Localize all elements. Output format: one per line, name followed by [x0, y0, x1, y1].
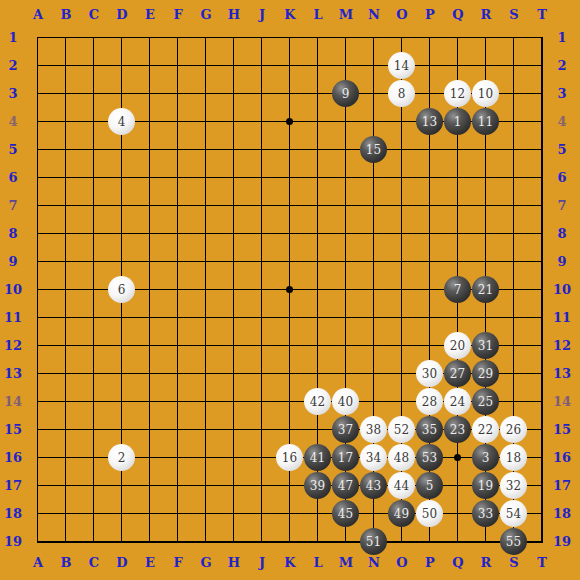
board-cell-T12[interactable]	[528, 332, 556, 360]
board-cell-C9[interactable]	[80, 248, 108, 276]
board-cell-A15[interactable]	[24, 416, 52, 444]
board-cell-L13[interactable]	[304, 360, 332, 388]
board-cell-S14[interactable]	[500, 388, 528, 416]
board-cell-E13[interactable]	[136, 360, 164, 388]
board-cell-C8[interactable]	[80, 220, 108, 248]
board-cell-D7[interactable]	[108, 192, 136, 220]
board-cell-M2[interactable]	[332, 52, 360, 80]
board-cell-L15[interactable]	[304, 416, 332, 444]
board-cell-F3[interactable]	[164, 80, 192, 108]
board-cell-N11[interactable]	[360, 304, 388, 332]
board-cell-L19[interactable]	[304, 528, 332, 556]
board-cell-H8[interactable]	[220, 220, 248, 248]
board-cell-A10[interactable]	[24, 276, 52, 304]
board-cell-A5[interactable]	[24, 136, 52, 164]
board-cell-B7[interactable]	[52, 192, 80, 220]
board-cell-O19[interactable]	[388, 528, 416, 556]
board-cell-P15[interactable]: 35	[416, 416, 444, 444]
board-cell-R18[interactable]: 33	[472, 500, 500, 528]
board-cell-K14[interactable]	[276, 388, 304, 416]
board-cell-D16[interactable]: 2	[108, 444, 136, 472]
board-cell-G3[interactable]	[192, 80, 220, 108]
board-cell-P8[interactable]	[416, 220, 444, 248]
board-cell-E9[interactable]	[136, 248, 164, 276]
board-cell-B13[interactable]	[52, 360, 80, 388]
board-cell-N15[interactable]: 38	[360, 416, 388, 444]
board-cell-L18[interactable]	[304, 500, 332, 528]
board-cell-G2[interactable]	[192, 52, 220, 80]
board-cell-C17[interactable]	[80, 472, 108, 500]
board-cell-Q2[interactable]	[444, 52, 472, 80]
board-cell-S11[interactable]	[500, 304, 528, 332]
board-cell-R19[interactable]	[472, 528, 500, 556]
board-cell-C1[interactable]	[80, 24, 108, 52]
board-cell-D15[interactable]	[108, 416, 136, 444]
board-cell-K5[interactable]	[276, 136, 304, 164]
board-cell-J9[interactable]	[248, 248, 276, 276]
board-cell-F15[interactable]	[164, 416, 192, 444]
board-cell-A4[interactable]	[24, 108, 52, 136]
board-cell-P3[interactable]	[416, 80, 444, 108]
board-cell-E17[interactable]	[136, 472, 164, 500]
board-cell-A3[interactable]	[24, 80, 52, 108]
board-cell-N2[interactable]	[360, 52, 388, 80]
board-cell-T9[interactable]	[528, 248, 556, 276]
board-cell-K17[interactable]	[276, 472, 304, 500]
board-cell-H13[interactable]	[220, 360, 248, 388]
board-cell-P6[interactable]	[416, 164, 444, 192]
board-cell-R1[interactable]	[472, 24, 500, 52]
board-cell-K19[interactable]	[276, 528, 304, 556]
board-cell-M18[interactable]: 45	[332, 500, 360, 528]
board-cell-A9[interactable]	[24, 248, 52, 276]
board-cell-J3[interactable]	[248, 80, 276, 108]
board-cell-B17[interactable]	[52, 472, 80, 500]
board-cell-F4[interactable]	[164, 108, 192, 136]
board-cell-S2[interactable]	[500, 52, 528, 80]
board-cell-S13[interactable]	[500, 360, 528, 388]
board-cell-J10[interactable]	[248, 276, 276, 304]
board-cell-F12[interactable]	[164, 332, 192, 360]
board-cell-F19[interactable]	[164, 528, 192, 556]
board-cell-P10[interactable]	[416, 276, 444, 304]
board-cell-R15[interactable]: 22	[472, 416, 500, 444]
board-cell-M5[interactable]	[332, 136, 360, 164]
board-cell-G19[interactable]	[192, 528, 220, 556]
board-cell-O18[interactable]: 49	[388, 500, 416, 528]
board-cell-T18[interactable]	[528, 500, 556, 528]
board-cell-N7[interactable]	[360, 192, 388, 220]
board-cell-T2[interactable]	[528, 52, 556, 80]
board-cell-F5[interactable]	[164, 136, 192, 164]
board-cell-P5[interactable]	[416, 136, 444, 164]
board-cell-C3[interactable]	[80, 80, 108, 108]
board-cell-E2[interactable]	[136, 52, 164, 80]
board-cell-O5[interactable]	[388, 136, 416, 164]
board-cell-F10[interactable]	[164, 276, 192, 304]
board-cell-N13[interactable]	[360, 360, 388, 388]
board-cell-M6[interactable]	[332, 164, 360, 192]
board-cell-P16[interactable]: 53	[416, 444, 444, 472]
board-cell-D11[interactable]	[108, 304, 136, 332]
board-cell-J17[interactable]	[248, 472, 276, 500]
board-cell-J1[interactable]	[248, 24, 276, 52]
board-cell-B16[interactable]	[52, 444, 80, 472]
board-cell-P9[interactable]	[416, 248, 444, 276]
board-cell-M10[interactable]	[332, 276, 360, 304]
board-cell-A14[interactable]	[24, 388, 52, 416]
board-cell-E5[interactable]	[136, 136, 164, 164]
board-cell-S15[interactable]: 26	[500, 416, 528, 444]
board-cell-G1[interactable]	[192, 24, 220, 52]
board-cell-G6[interactable]	[192, 164, 220, 192]
board-cell-G15[interactable]	[192, 416, 220, 444]
board-cell-P1[interactable]	[416, 24, 444, 52]
board-cell-F8[interactable]	[164, 220, 192, 248]
board-cell-K4[interactable]	[276, 108, 304, 136]
board-cell-B12[interactable]	[52, 332, 80, 360]
board-cell-H7[interactable]	[220, 192, 248, 220]
board-cell-C18[interactable]	[80, 500, 108, 528]
board-cell-E15[interactable]	[136, 416, 164, 444]
board-cell-N16[interactable]: 34	[360, 444, 388, 472]
board-cell-H1[interactable]	[220, 24, 248, 52]
board-cell-D12[interactable]	[108, 332, 136, 360]
board-cell-N1[interactable]	[360, 24, 388, 52]
board-cell-F7[interactable]	[164, 192, 192, 220]
board-cell-G7[interactable]	[192, 192, 220, 220]
board-cell-S12[interactable]	[500, 332, 528, 360]
board-cell-J2[interactable]	[248, 52, 276, 80]
board-cell-S17[interactable]: 32	[500, 472, 528, 500]
board-cell-B11[interactable]	[52, 304, 80, 332]
board-cell-K13[interactable]	[276, 360, 304, 388]
board-cell-S1[interactable]	[500, 24, 528, 52]
board-cell-A13[interactable]	[24, 360, 52, 388]
board-cell-D9[interactable]	[108, 248, 136, 276]
board-cell-S6[interactable]	[500, 164, 528, 192]
board-cell-K15[interactable]	[276, 416, 304, 444]
board-cell-P2[interactable]	[416, 52, 444, 80]
board-cell-B10[interactable]	[52, 276, 80, 304]
board-cell-O1[interactable]	[388, 24, 416, 52]
board-cell-T4[interactable]	[528, 108, 556, 136]
board-cell-D18[interactable]	[108, 500, 136, 528]
board-cell-B9[interactable]	[52, 248, 80, 276]
board-cell-C6[interactable]	[80, 164, 108, 192]
board-cell-O17[interactable]: 44	[388, 472, 416, 500]
board-cell-B5[interactable]	[52, 136, 80, 164]
board-cell-S5[interactable]	[500, 136, 528, 164]
board-cell-J18[interactable]	[248, 500, 276, 528]
board-cell-K10[interactable]	[276, 276, 304, 304]
board-cell-C19[interactable]	[80, 528, 108, 556]
board-cell-E18[interactable]	[136, 500, 164, 528]
board-cell-O6[interactable]	[388, 164, 416, 192]
board-cell-M11[interactable]	[332, 304, 360, 332]
board-cell-Q4[interactable]: 1	[444, 108, 472, 136]
board-cell-G14[interactable]	[192, 388, 220, 416]
board-cell-F18[interactable]	[164, 500, 192, 528]
board-cell-E6[interactable]	[136, 164, 164, 192]
board-cell-B6[interactable]	[52, 164, 80, 192]
board-cell-R16[interactable]: 3	[472, 444, 500, 472]
board-cell-T13[interactable]	[528, 360, 556, 388]
board-cell-Q16[interactable]	[444, 444, 472, 472]
board-cell-A1[interactable]	[24, 24, 52, 52]
board-cell-R4[interactable]: 11	[472, 108, 500, 136]
board-cell-T17[interactable]	[528, 472, 556, 500]
board-cell-B4[interactable]	[52, 108, 80, 136]
board-cell-S19[interactable]: 55	[500, 528, 528, 556]
board-cell-F1[interactable]	[164, 24, 192, 52]
board-cell-H5[interactable]	[220, 136, 248, 164]
board-cell-A18[interactable]	[24, 500, 52, 528]
board-cell-M13[interactable]	[332, 360, 360, 388]
board-cell-K6[interactable]	[276, 164, 304, 192]
board-cell-O13[interactable]	[388, 360, 416, 388]
board-cell-L16[interactable]: 41	[304, 444, 332, 472]
board-cell-L11[interactable]	[304, 304, 332, 332]
board-cell-F16[interactable]	[164, 444, 192, 472]
board-cell-N3[interactable]	[360, 80, 388, 108]
board-cell-J13[interactable]	[248, 360, 276, 388]
board-cell-S10[interactable]	[500, 276, 528, 304]
board-cell-O2[interactable]: 14	[388, 52, 416, 80]
board-cell-A7[interactable]	[24, 192, 52, 220]
board-cell-D2[interactable]	[108, 52, 136, 80]
board-cell-K11[interactable]	[276, 304, 304, 332]
board-cell-D3[interactable]	[108, 80, 136, 108]
board-cell-A2[interactable]	[24, 52, 52, 80]
board-cell-Q18[interactable]	[444, 500, 472, 528]
board-cell-H12[interactable]	[220, 332, 248, 360]
board-cell-G5[interactable]	[192, 136, 220, 164]
board-cell-J7[interactable]	[248, 192, 276, 220]
board-cell-C5[interactable]	[80, 136, 108, 164]
board-cell-O9[interactable]	[388, 248, 416, 276]
board-cell-M9[interactable]	[332, 248, 360, 276]
board-cell-A12[interactable]	[24, 332, 52, 360]
board-cell-E11[interactable]	[136, 304, 164, 332]
board-cell-M1[interactable]	[332, 24, 360, 52]
board-cell-M4[interactable]	[332, 108, 360, 136]
board-cell-Q6[interactable]	[444, 164, 472, 192]
board-cell-E7[interactable]	[136, 192, 164, 220]
board-cell-P11[interactable]	[416, 304, 444, 332]
board-cell-R3[interactable]: 10	[472, 80, 500, 108]
board-cell-R11[interactable]	[472, 304, 500, 332]
board-cell-A8[interactable]	[24, 220, 52, 248]
board-cell-R5[interactable]	[472, 136, 500, 164]
board-cell-H17[interactable]	[220, 472, 248, 500]
board-cell-J12[interactable]	[248, 332, 276, 360]
board-cell-D17[interactable]	[108, 472, 136, 500]
board-cell-M16[interactable]: 17	[332, 444, 360, 472]
board-cell-B19[interactable]	[52, 528, 80, 556]
board-cell-P12[interactable]	[416, 332, 444, 360]
board-cell-H9[interactable]	[220, 248, 248, 276]
board-cell-K1[interactable]	[276, 24, 304, 52]
board-cell-C13[interactable]	[80, 360, 108, 388]
board-cell-H18[interactable]	[220, 500, 248, 528]
board-cell-N19[interactable]: 51	[360, 528, 388, 556]
board-cell-Q7[interactable]	[444, 192, 472, 220]
board-cell-N18[interactable]	[360, 500, 388, 528]
board-cell-B1[interactable]	[52, 24, 80, 52]
board-cell-K8[interactable]	[276, 220, 304, 248]
board-cell-G13[interactable]	[192, 360, 220, 388]
board-cell-R8[interactable]	[472, 220, 500, 248]
board-cell-K18[interactable]	[276, 500, 304, 528]
board-cell-T8[interactable]	[528, 220, 556, 248]
board-cell-A6[interactable]	[24, 164, 52, 192]
board-cell-C11[interactable]	[80, 304, 108, 332]
board-cell-O12[interactable]	[388, 332, 416, 360]
board-cell-D13[interactable]	[108, 360, 136, 388]
board-cell-F6[interactable]	[164, 164, 192, 192]
board-cell-J11[interactable]	[248, 304, 276, 332]
board-cell-L1[interactable]	[304, 24, 332, 52]
board-cell-T14[interactable]	[528, 388, 556, 416]
board-cell-H4[interactable]	[220, 108, 248, 136]
board-cell-M8[interactable]	[332, 220, 360, 248]
board-cell-Q15[interactable]: 23	[444, 416, 472, 444]
board-cell-S8[interactable]	[500, 220, 528, 248]
board-cell-L12[interactable]	[304, 332, 332, 360]
board-cell-R13[interactable]: 29	[472, 360, 500, 388]
board-cell-K12[interactable]	[276, 332, 304, 360]
board-cell-K7[interactable]	[276, 192, 304, 220]
board-cell-G18[interactable]	[192, 500, 220, 528]
board-cell-C12[interactable]	[80, 332, 108, 360]
board-cell-E14[interactable]	[136, 388, 164, 416]
board-cell-O7[interactable]	[388, 192, 416, 220]
board-cell-H19[interactable]	[220, 528, 248, 556]
board-cell-S7[interactable]	[500, 192, 528, 220]
board-cell-D19[interactable]	[108, 528, 136, 556]
board-cell-G8[interactable]	[192, 220, 220, 248]
board-cell-D14[interactable]	[108, 388, 136, 416]
board-cell-C16[interactable]	[80, 444, 108, 472]
board-cell-K9[interactable]	[276, 248, 304, 276]
board-cell-C7[interactable]	[80, 192, 108, 220]
board-cell-F13[interactable]	[164, 360, 192, 388]
board-cell-B2[interactable]	[52, 52, 80, 80]
board-cell-E16[interactable]	[136, 444, 164, 472]
board-cell-L8[interactable]	[304, 220, 332, 248]
board-cell-T7[interactable]	[528, 192, 556, 220]
board-cell-K3[interactable]	[276, 80, 304, 108]
board-cell-T1[interactable]	[528, 24, 556, 52]
board-cell-E19[interactable]	[136, 528, 164, 556]
board-cell-L14[interactable]: 42	[304, 388, 332, 416]
board-cell-S16[interactable]: 18	[500, 444, 528, 472]
board-cell-R2[interactable]	[472, 52, 500, 80]
board-cell-G16[interactable]	[192, 444, 220, 472]
board-cell-C4[interactable]	[80, 108, 108, 136]
board-cell-T19[interactable]	[528, 528, 556, 556]
board-cell-F17[interactable]	[164, 472, 192, 500]
board-cell-M14[interactable]: 40	[332, 388, 360, 416]
board-cell-Q3[interactable]: 12	[444, 80, 472, 108]
board-cell-M3[interactable]: 9	[332, 80, 360, 108]
board-cell-N10[interactable]	[360, 276, 388, 304]
board-cell-O14[interactable]	[388, 388, 416, 416]
board-cell-O8[interactable]	[388, 220, 416, 248]
board-cell-O3[interactable]: 8	[388, 80, 416, 108]
board-cell-B14[interactable]	[52, 388, 80, 416]
board-cell-O10[interactable]	[388, 276, 416, 304]
board-cell-T16[interactable]	[528, 444, 556, 472]
board-cell-L4[interactable]	[304, 108, 332, 136]
board-cell-R12[interactable]: 31	[472, 332, 500, 360]
board-cell-G12[interactable]	[192, 332, 220, 360]
board-cell-Q9[interactable]	[444, 248, 472, 276]
board-cell-C2[interactable]	[80, 52, 108, 80]
board-cell-B15[interactable]	[52, 416, 80, 444]
board-cell-J16[interactable]	[248, 444, 276, 472]
board-cell-Q10[interactable]: 7	[444, 276, 472, 304]
board-cell-A11[interactable]	[24, 304, 52, 332]
board-cell-L17[interactable]: 39	[304, 472, 332, 500]
board-cell-M12[interactable]	[332, 332, 360, 360]
board-cell-Q11[interactable]	[444, 304, 472, 332]
board-cell-Q14[interactable]: 24	[444, 388, 472, 416]
board-cell-D4[interactable]: 4	[108, 108, 136, 136]
board-cell-P18[interactable]: 50	[416, 500, 444, 528]
board-cell-A17[interactable]	[24, 472, 52, 500]
board-cell-R6[interactable]	[472, 164, 500, 192]
board-cell-N6[interactable]	[360, 164, 388, 192]
board-cell-H11[interactable]	[220, 304, 248, 332]
board-cell-M7[interactable]	[332, 192, 360, 220]
board-cell-E1[interactable]	[136, 24, 164, 52]
board-cell-Q13[interactable]: 27	[444, 360, 472, 388]
board-cell-L2[interactable]	[304, 52, 332, 80]
board-cell-O4[interactable]	[388, 108, 416, 136]
board-cell-G17[interactable]	[192, 472, 220, 500]
board-cell-S9[interactable]	[500, 248, 528, 276]
board-cell-R7[interactable]	[472, 192, 500, 220]
board-cell-S3[interactable]	[500, 80, 528, 108]
board-cell-O16[interactable]: 48	[388, 444, 416, 472]
board-cell-O11[interactable]	[388, 304, 416, 332]
board-cell-D8[interactable]	[108, 220, 136, 248]
board-cell-H10[interactable]	[220, 276, 248, 304]
board-cell-Q1[interactable]	[444, 24, 472, 52]
board-cell-Q5[interactable]	[444, 136, 472, 164]
board-cell-L7[interactable]	[304, 192, 332, 220]
board-cell-M17[interactable]: 47	[332, 472, 360, 500]
board-cell-P13[interactable]: 30	[416, 360, 444, 388]
board-cell-N5[interactable]: 15	[360, 136, 388, 164]
board-cell-F2[interactable]	[164, 52, 192, 80]
board-cell-E12[interactable]	[136, 332, 164, 360]
board-cell-C10[interactable]	[80, 276, 108, 304]
board-cell-B3[interactable]	[52, 80, 80, 108]
board-cell-J5[interactable]	[248, 136, 276, 164]
board-cell-E8[interactable]	[136, 220, 164, 248]
board-cell-F11[interactable]	[164, 304, 192, 332]
board-cell-K2[interactable]	[276, 52, 304, 80]
board-cell-P4[interactable]: 13	[416, 108, 444, 136]
board-cell-J14[interactable]	[248, 388, 276, 416]
board-cell-A16[interactable]	[24, 444, 52, 472]
go-board[interactable]: 1498121041311115672120313027294240282425…	[24, 24, 556, 556]
board-cell-R14[interactable]: 25	[472, 388, 500, 416]
board-cell-C15[interactable]	[80, 416, 108, 444]
